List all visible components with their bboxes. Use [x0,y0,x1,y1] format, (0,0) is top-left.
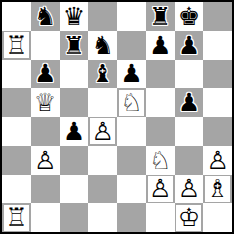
black-pawn-piece: ♟ [63,119,85,144]
white-rook-piece: ♖ [4,32,29,58]
square-e8[interactable] [117,2,146,31]
square-e5[interactable]: ♘ [117,88,146,117]
square-g6[interactable] [175,60,204,89]
black-rook-piece: ♜ [63,33,85,58]
black-rook-piece: ♜ [149,4,171,29]
square-a4[interactable] [2,117,31,146]
square-d8[interactable] [88,2,117,31]
black-knight-piece: ♞ [34,4,56,29]
white-knight-piece: ♘ [119,90,144,116]
white-knight-piece: ♘ [148,147,173,173]
square-a3[interactable] [2,146,31,175]
square-a7[interactable]: ♖ [2,31,31,60]
black-queen-piece: ♛ [63,4,85,29]
square-h3[interactable]: ♙ [203,146,232,175]
square-e6[interactable]: ♟ [117,60,146,89]
white-pawn-piece: ♙ [33,147,58,173]
square-h7[interactable] [203,31,232,60]
square-c2[interactable] [60,175,89,204]
black-king-piece: ♚ [178,4,200,29]
square-b7[interactable] [31,31,60,60]
white-bishop-piece: ♗ [205,176,230,202]
square-d6[interactable]: ♝ [88,60,117,89]
white-king-piece: ♔ [176,205,201,231]
black-pawn-piece: ♟ [149,33,171,58]
chess-board: ♞♛♜♚♖♜♞♟♟♟♝♟♕♘♟♟♙♙♘♙♙♙♗♖♔ [2,2,232,232]
square-e1[interactable] [117,203,146,232]
square-g7[interactable]: ♟ [175,31,204,60]
square-d5[interactable] [88,88,117,117]
square-d3[interactable] [88,146,117,175]
square-c4[interactable]: ♟ [60,117,89,146]
black-pawn-piece: ♟ [178,33,200,58]
square-c1[interactable] [60,203,89,232]
square-h8[interactable] [203,2,232,31]
square-f4[interactable] [146,117,175,146]
square-e2[interactable] [117,175,146,204]
square-c7[interactable]: ♜ [60,31,89,60]
square-g5[interactable]: ♟ [175,88,204,117]
square-b5[interactable]: ♕ [31,88,60,117]
white-pawn-piece: ♙ [176,176,201,202]
white-queen-piece: ♕ [33,90,58,116]
square-b8[interactable]: ♞ [31,2,60,31]
square-e4[interactable] [117,117,146,146]
square-d1[interactable] [88,203,117,232]
square-h1[interactable] [203,203,232,232]
square-f2[interactable]: ♙ [146,175,175,204]
square-g8[interactable]: ♚ [175,2,204,31]
square-e7[interactable] [117,31,146,60]
square-g4[interactable] [175,117,204,146]
square-b4[interactable] [31,117,60,146]
square-h5[interactable] [203,88,232,117]
white-pawn-piece: ♙ [205,147,230,173]
square-c8[interactable]: ♛ [60,2,89,31]
square-a6[interactable] [2,60,31,89]
square-h6[interactable] [203,60,232,89]
square-g3[interactable] [175,146,204,175]
white-rook-piece: ♖ [4,205,29,231]
square-f6[interactable] [146,60,175,89]
white-pawn-piece: ♙ [90,118,115,144]
square-f1[interactable] [146,203,175,232]
square-a1[interactable]: ♖ [2,203,31,232]
square-f5[interactable] [146,88,175,117]
square-d4[interactable]: ♙ [88,117,117,146]
square-b3[interactable]: ♙ [31,146,60,175]
chess-board-frame: ♞♛♜♚♖♜♞♟♟♟♝♟♕♘♟♟♙♙♘♙♙♙♗♖♔ [0,0,234,234]
square-c5[interactable] [60,88,89,117]
square-b6[interactable]: ♟ [31,60,60,89]
square-h2[interactable]: ♗ [203,175,232,204]
square-a5[interactable] [2,88,31,117]
square-b2[interactable] [31,175,60,204]
black-knight-piece: ♞ [91,33,113,58]
square-a8[interactable] [2,2,31,31]
square-f7[interactable]: ♟ [146,31,175,60]
square-d2[interactable] [88,175,117,204]
square-f3[interactable]: ♘ [146,146,175,175]
square-c3[interactable] [60,146,89,175]
black-pawn-piece: ♟ [120,61,142,86]
black-pawn-piece: ♟ [178,90,200,115]
square-c6[interactable] [60,60,89,89]
square-g1[interactable]: ♔ [175,203,204,232]
square-e3[interactable] [117,146,146,175]
square-a2[interactable] [2,175,31,204]
square-d7[interactable]: ♞ [88,31,117,60]
white-pawn-piece: ♙ [148,176,173,202]
black-bishop-piece: ♝ [91,61,113,86]
square-f8[interactable]: ♜ [146,2,175,31]
square-b1[interactable] [31,203,60,232]
square-g2[interactable]: ♙ [175,175,204,204]
black-pawn-piece: ♟ [34,61,56,86]
square-h4[interactable] [203,117,232,146]
